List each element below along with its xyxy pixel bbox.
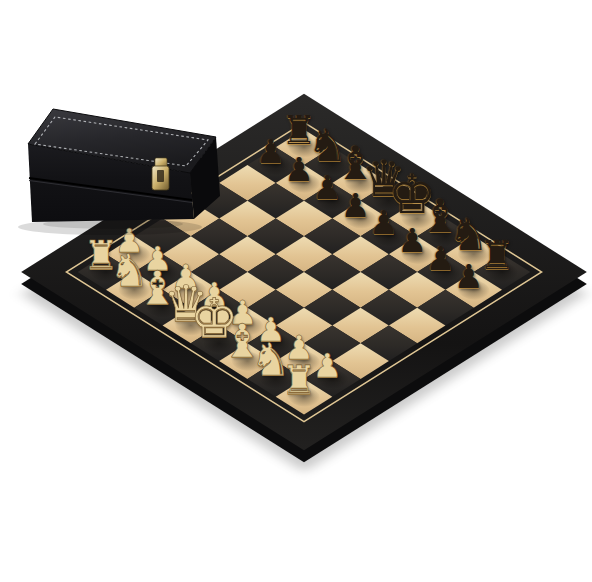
storage-box	[18, 100, 230, 240]
chess-set-scene: ♜♞♝♛♚♝♞♜♟♟♟♟♟♟♟♟♟♟♟♟♟♟♟♟♜♞♝♛♚♝♞♜	[0, 0, 592, 582]
storage-box-drawing	[18, 100, 230, 240]
black-rook-a8: ♜	[265, 110, 333, 150]
